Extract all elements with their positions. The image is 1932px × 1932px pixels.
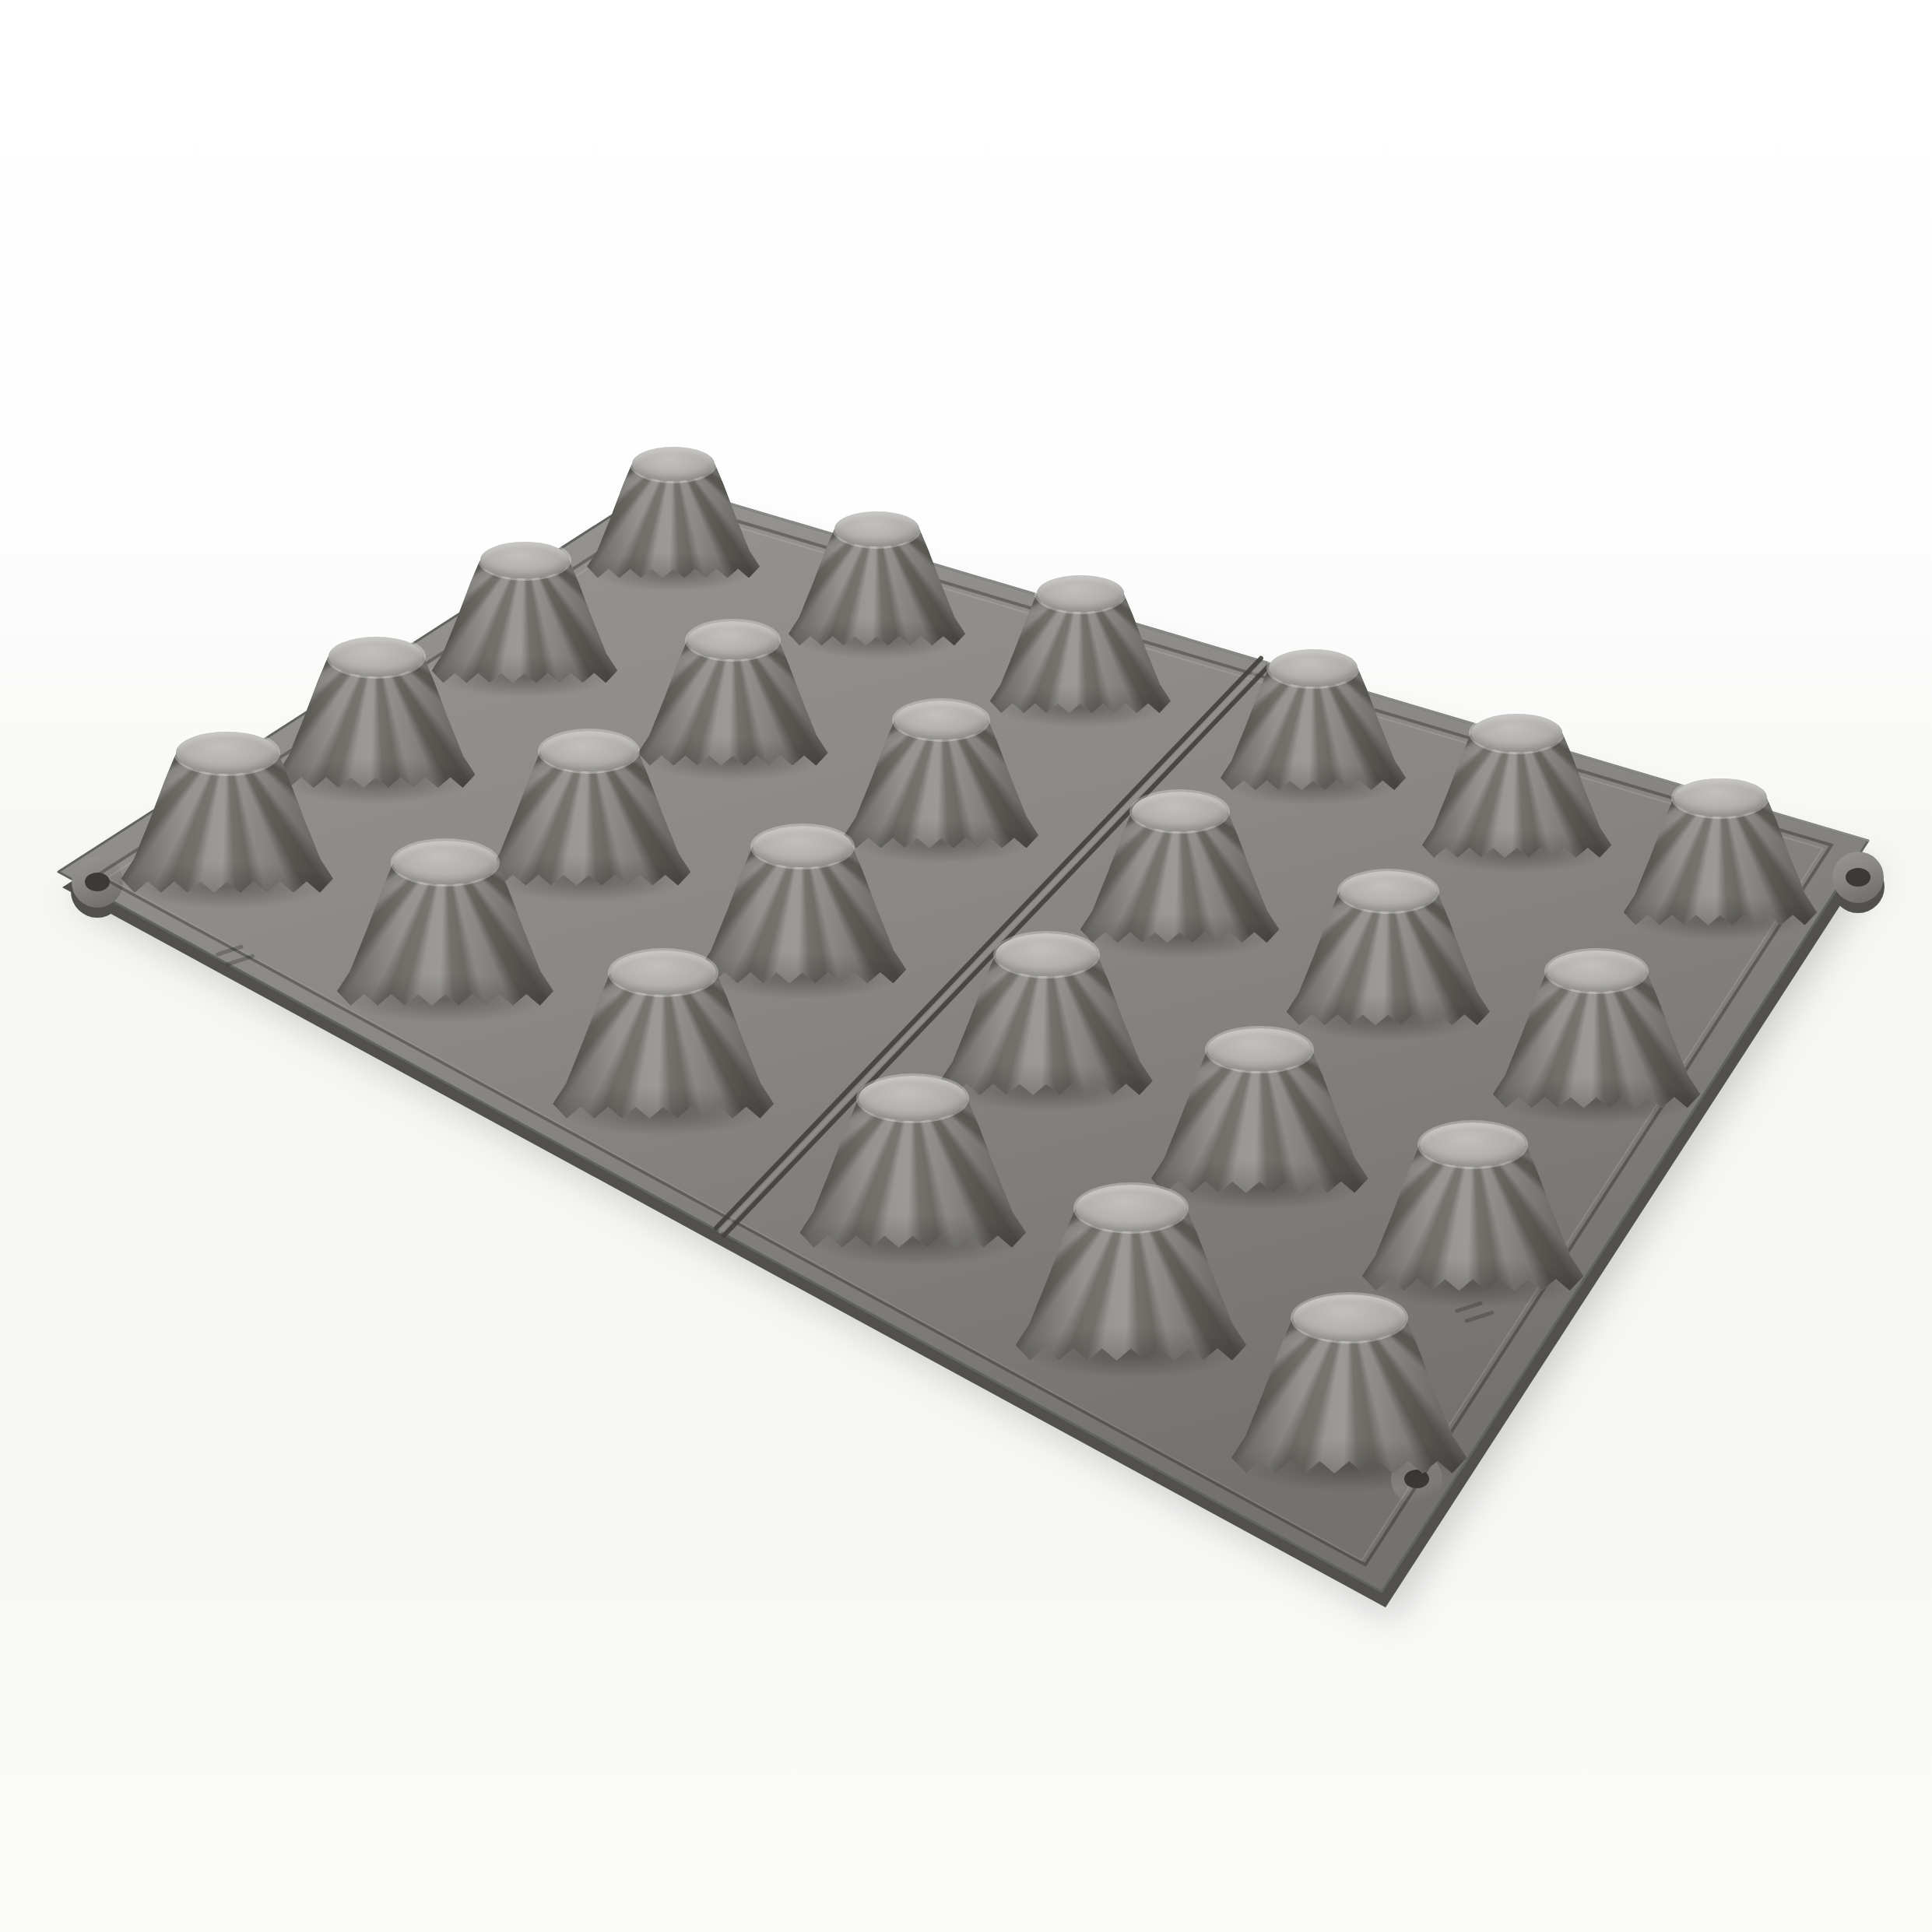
mould-cavities-layer <box>0 0 1932 1932</box>
cavity-flat-top <box>1674 778 1766 817</box>
mould-cavity-r4c6 <box>1231 1294 1467 1474</box>
cavity-flat-top <box>328 637 424 676</box>
mould-cavity-r3c6 <box>1362 1122 1584 1291</box>
mould-cavity-r3c4 <box>940 933 1153 1095</box>
cavity-flat-top <box>1269 649 1358 687</box>
mould-cavity-r4c3 <box>553 950 774 1119</box>
cavity-flat-top <box>176 732 278 774</box>
photo-background <box>0 0 1932 1932</box>
mould-cavity-r2c5 <box>1287 871 1490 1025</box>
cavity-flat-top <box>859 1076 968 1121</box>
mould-cavity-r1c5 <box>1422 714 1611 858</box>
mould-cavity-r4c4 <box>799 1076 1026 1248</box>
mould-cavity-r2c6 <box>1493 950 1701 1108</box>
cavity-flat-top <box>996 933 1098 976</box>
mould-cavity-r4c5 <box>1016 1185 1247 1360</box>
mould-cavity-r2c4 <box>1080 792 1280 943</box>
cavity-flat-top <box>1076 1185 1186 1231</box>
cavity-flat-top <box>834 511 919 546</box>
cavity-flat-top <box>1207 1028 1312 1072</box>
cavity-fluted-body <box>1231 1318 1467 1474</box>
cavity-flat-top <box>687 621 778 659</box>
mould-cavity-r3c5 <box>1151 1028 1368 1193</box>
cavity-flat-top <box>632 447 715 481</box>
mould-cavity-r1c6 <box>1624 778 1818 926</box>
cavity-flat-top <box>894 701 988 739</box>
cavity-flat-top <box>480 542 570 579</box>
cavity-flat-top <box>1293 1294 1406 1342</box>
cavity-flat-top <box>1547 950 1646 992</box>
cavity-flat-top <box>1340 871 1437 912</box>
cavity-flat-top <box>1471 714 1562 752</box>
mould-cavity-r4c1 <box>121 732 333 893</box>
cavity-flat-top <box>753 826 852 867</box>
cavity-fluted-body <box>121 753 333 893</box>
cavity-flat-top <box>393 841 497 884</box>
cavity-flat-top <box>1037 575 1124 611</box>
cavity-flat-top <box>1132 792 1228 831</box>
cavity-fluted-body <box>1624 797 1818 925</box>
mould-cavity-r4c2 <box>337 841 553 1005</box>
cavity-flat-top <box>1420 1122 1526 1167</box>
mould-cavity-r1c3 <box>990 575 1171 713</box>
cavity-flat-top <box>610 950 716 995</box>
mould-cavity-r1c4 <box>1221 649 1406 790</box>
